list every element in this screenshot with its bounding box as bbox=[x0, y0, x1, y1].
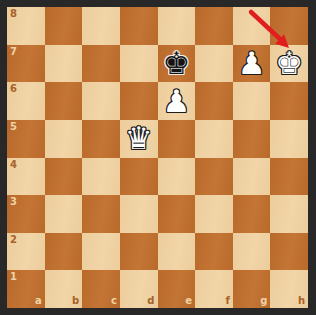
square-d4[interactable] bbox=[120, 158, 158, 196]
rank-label-7: 7 bbox=[10, 47, 17, 57]
square-a5[interactable]: 5 bbox=[7, 120, 45, 158]
square-c3[interactable] bbox=[82, 195, 120, 233]
square-a1[interactable]: 1a bbox=[7, 270, 45, 308]
square-c5[interactable] bbox=[82, 120, 120, 158]
file-label-f: f bbox=[225, 296, 229, 306]
square-h1[interactable]: h bbox=[270, 270, 308, 308]
square-g2[interactable] bbox=[233, 233, 271, 271]
square-d1[interactable]: d bbox=[120, 270, 158, 308]
square-e2[interactable] bbox=[158, 233, 196, 271]
square-b7[interactable] bbox=[45, 45, 83, 83]
rank-label-4: 4 bbox=[10, 160, 17, 170]
square-a3[interactable]: 3 bbox=[7, 195, 45, 233]
square-e4[interactable] bbox=[158, 158, 196, 196]
square-e3[interactable] bbox=[158, 195, 196, 233]
square-g6[interactable] bbox=[233, 82, 271, 120]
chess-board: 87654321abcdefgh bbox=[7, 7, 308, 308]
rank-label-5: 5 bbox=[10, 122, 17, 132]
square-f2[interactable] bbox=[195, 233, 233, 271]
square-b2[interactable] bbox=[45, 233, 83, 271]
square-d8[interactable] bbox=[120, 7, 158, 45]
square-c8[interactable] bbox=[82, 7, 120, 45]
file-label-a: a bbox=[35, 296, 42, 306]
square-d5[interactable] bbox=[120, 120, 158, 158]
file-label-e: e bbox=[185, 296, 192, 306]
square-d6[interactable] bbox=[120, 82, 158, 120]
file-label-h: h bbox=[298, 296, 305, 306]
square-g5[interactable] bbox=[233, 120, 271, 158]
square-f8[interactable] bbox=[195, 7, 233, 45]
square-h5[interactable] bbox=[270, 120, 308, 158]
square-c6[interactable] bbox=[82, 82, 120, 120]
square-h4[interactable] bbox=[270, 158, 308, 196]
square-d7[interactable] bbox=[120, 45, 158, 83]
square-h7[interactable] bbox=[270, 45, 308, 83]
rank-label-3: 3 bbox=[10, 197, 17, 207]
rank-label-6: 6 bbox=[10, 84, 17, 94]
file-label-g: g bbox=[260, 296, 267, 306]
square-c7[interactable] bbox=[82, 45, 120, 83]
square-e8[interactable] bbox=[158, 7, 196, 45]
square-e7[interactable] bbox=[158, 45, 196, 83]
square-b5[interactable] bbox=[45, 120, 83, 158]
rank-label-8: 8 bbox=[10, 9, 17, 19]
square-d3[interactable] bbox=[120, 195, 158, 233]
square-f7[interactable] bbox=[195, 45, 233, 83]
square-f6[interactable] bbox=[195, 82, 233, 120]
square-a8[interactable]: 8 bbox=[7, 7, 45, 45]
square-h3[interactable] bbox=[270, 195, 308, 233]
square-f1[interactable]: f bbox=[195, 270, 233, 308]
square-h8[interactable] bbox=[270, 7, 308, 45]
square-a4[interactable]: 4 bbox=[7, 158, 45, 196]
square-b6[interactable] bbox=[45, 82, 83, 120]
file-label-b: b bbox=[72, 296, 79, 306]
square-h6[interactable] bbox=[270, 82, 308, 120]
square-b8[interactable] bbox=[45, 7, 83, 45]
file-label-c: c bbox=[111, 296, 117, 306]
square-e5[interactable] bbox=[158, 120, 196, 158]
square-a2[interactable]: 2 bbox=[7, 233, 45, 271]
square-e6[interactable] bbox=[158, 82, 196, 120]
square-g7[interactable] bbox=[233, 45, 271, 83]
square-f5[interactable] bbox=[195, 120, 233, 158]
square-f4[interactable] bbox=[195, 158, 233, 196]
square-g1[interactable]: g bbox=[233, 270, 271, 308]
square-d2[interactable] bbox=[120, 233, 158, 271]
square-b3[interactable] bbox=[45, 195, 83, 233]
square-g3[interactable] bbox=[233, 195, 271, 233]
rank-label-2: 2 bbox=[10, 235, 17, 245]
file-label-d: d bbox=[147, 296, 154, 306]
square-g4[interactable] bbox=[233, 158, 271, 196]
square-h2[interactable] bbox=[270, 233, 308, 271]
square-c4[interactable] bbox=[82, 158, 120, 196]
square-a6[interactable]: 6 bbox=[7, 82, 45, 120]
square-b1[interactable]: b bbox=[45, 270, 83, 308]
square-e1[interactable]: e bbox=[158, 270, 196, 308]
square-a7[interactable]: 7 bbox=[7, 45, 45, 83]
rank-label-1: 1 bbox=[10, 272, 17, 282]
square-f3[interactable] bbox=[195, 195, 233, 233]
square-g8[interactable] bbox=[233, 7, 271, 45]
square-c2[interactable] bbox=[82, 233, 120, 271]
square-c1[interactable]: c bbox=[82, 270, 120, 308]
square-b4[interactable] bbox=[45, 158, 83, 196]
chess-diagram-screenshot: { "game": "chess", "position": { "fen": … bbox=[0, 0, 316, 315]
